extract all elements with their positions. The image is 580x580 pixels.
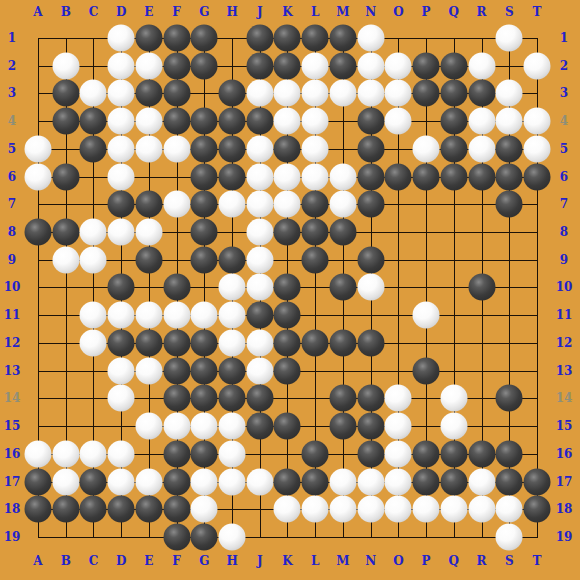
black-stone-K17[interactable]	[274, 468, 301, 495]
black-stone-R16[interactable]	[468, 440, 495, 467]
black-stone-P6[interactable]	[413, 163, 440, 190]
black-stone-C18[interactable]	[80, 496, 107, 523]
row-label-right: 11	[556, 309, 573, 321]
black-stone-T6[interactable]	[523, 163, 550, 190]
black-stone-R6[interactable]	[468, 163, 495, 190]
black-stone-O6[interactable]	[385, 163, 412, 190]
black-stone-F19[interactable]	[163, 523, 190, 550]
black-stone-K5[interactable]	[274, 135, 301, 162]
white-stone-S4[interactable]	[496, 108, 523, 135]
black-stone-H13[interactable]	[219, 357, 246, 384]
white-stone-C8[interactable]	[80, 219, 107, 246]
white-stone-N1[interactable]	[357, 25, 384, 52]
black-stone-F16[interactable]	[163, 440, 190, 467]
row-label-right: 16	[556, 448, 573, 460]
black-stone-Q6[interactable]	[440, 163, 467, 190]
row-label-left: 3	[8, 87, 16, 99]
column-label-top: Q	[449, 6, 459, 18]
black-stone-E18[interactable]	[135, 496, 162, 523]
black-stone-L9[interactable]	[302, 246, 329, 273]
black-stone-M15[interactable]	[329, 413, 356, 440]
black-stone-E1[interactable]	[135, 25, 162, 52]
white-stone-R2[interactable]	[468, 52, 495, 79]
black-stone-N15[interactable]	[357, 413, 384, 440]
row-label-left: 10	[4, 281, 21, 293]
white-stone-H15[interactable]	[219, 413, 246, 440]
column-label-bottom: P	[422, 555, 431, 567]
white-stone-J6[interactable]	[246, 163, 273, 190]
black-stone-K1[interactable]	[274, 25, 301, 52]
white-stone-N18[interactable]	[357, 496, 384, 523]
white-stone-K4[interactable]	[274, 108, 301, 135]
white-stone-C3[interactable]	[80, 80, 107, 107]
white-stone-H19[interactable]	[219, 523, 246, 550]
black-stone-G2[interactable]	[191, 52, 218, 79]
column-label-top: J	[257, 6, 263, 18]
black-stone-Q2[interactable]	[440, 52, 467, 79]
black-stone-L7[interactable]	[302, 191, 329, 218]
black-stone-L16[interactable]	[302, 440, 329, 467]
column-label-top: B	[61, 6, 71, 18]
white-stone-H10[interactable]	[219, 274, 246, 301]
black-stone-S14[interactable]	[496, 385, 523, 412]
row-label-right: 2	[560, 60, 568, 72]
white-stone-M3[interactable]	[329, 80, 356, 107]
white-stone-S1[interactable]	[496, 25, 523, 52]
black-stone-J15[interactable]	[246, 413, 273, 440]
black-stone-F13[interactable]	[163, 357, 190, 384]
black-stone-A17[interactable]	[25, 468, 52, 495]
white-stone-J17[interactable]	[246, 468, 273, 495]
white-stone-O3[interactable]	[385, 80, 412, 107]
white-stone-F7[interactable]	[163, 191, 190, 218]
white-stone-D6[interactable]	[108, 163, 135, 190]
white-stone-M17[interactable]	[329, 468, 356, 495]
black-stone-G12[interactable]	[191, 329, 218, 356]
black-stone-F1[interactable]	[163, 25, 190, 52]
white-stone-L5[interactable]	[302, 135, 329, 162]
white-stone-T4[interactable]	[523, 108, 550, 135]
white-stone-O18[interactable]	[385, 496, 412, 523]
black-stone-G13[interactable]	[191, 357, 218, 384]
black-stone-E9[interactable]	[135, 246, 162, 273]
black-stone-P13[interactable]	[413, 357, 440, 384]
row-label-left: 17	[4, 476, 21, 488]
row-label-right: 4	[560, 115, 568, 127]
row-label-right: 10	[556, 281, 573, 293]
row-label-left: 11	[4, 309, 21, 321]
row-label-left: 1	[8, 32, 16, 44]
white-stone-Q18[interactable]	[440, 496, 467, 523]
row-label-right: 5	[560, 143, 568, 155]
black-stone-T18[interactable]	[523, 496, 550, 523]
black-stone-R3[interactable]	[468, 80, 495, 107]
column-label-top: H	[226, 6, 237, 18]
black-stone-F17[interactable]	[163, 468, 190, 495]
white-stone-J5[interactable]	[246, 135, 273, 162]
black-stone-L17[interactable]	[302, 468, 329, 495]
black-stone-N14[interactable]	[357, 385, 384, 412]
row-label-right: 18	[556, 503, 573, 515]
black-stone-K8[interactable]	[274, 219, 301, 246]
white-stone-A16[interactable]	[25, 440, 52, 467]
black-stone-E12[interactable]	[135, 329, 162, 356]
white-stone-E8[interactable]	[135, 219, 162, 246]
black-stone-P3[interactable]	[413, 80, 440, 107]
white-stone-E5[interactable]	[135, 135, 162, 162]
white-stone-H16[interactable]	[219, 440, 246, 467]
row-label-left: 9	[8, 254, 16, 266]
black-stone-G6[interactable]	[191, 163, 218, 190]
black-stone-J1[interactable]	[246, 25, 273, 52]
black-stone-G8[interactable]	[191, 219, 218, 246]
white-stone-O14[interactable]	[385, 385, 412, 412]
white-stone-K18[interactable]	[274, 496, 301, 523]
white-stone-J7[interactable]	[246, 191, 273, 218]
black-stone-M14[interactable]	[329, 385, 356, 412]
black-stone-N7[interactable]	[357, 191, 384, 218]
white-stone-D1[interactable]	[108, 25, 135, 52]
black-stone-K15[interactable]	[274, 413, 301, 440]
row-label-left: 13	[4, 365, 21, 377]
row-label-right: 17	[556, 476, 573, 488]
black-stone-B18[interactable]	[52, 496, 79, 523]
row-label-right: 19	[556, 531, 573, 543]
black-stone-N16[interactable]	[357, 440, 384, 467]
white-stone-Q14[interactable]	[440, 385, 467, 412]
black-stone-L8[interactable]	[302, 219, 329, 246]
white-stone-J9[interactable]	[246, 246, 273, 273]
white-stone-M7[interactable]	[329, 191, 356, 218]
column-label-bottom: N	[365, 555, 376, 567]
row-label-right: 12	[556, 337, 573, 349]
row-label-left: 4	[8, 115, 16, 127]
white-stone-A5[interactable]	[25, 135, 52, 162]
black-stone-H6[interactable]	[219, 163, 246, 190]
white-stone-L18[interactable]	[302, 496, 329, 523]
white-stone-D4[interactable]	[108, 108, 135, 135]
column-label-top: T	[533, 6, 542, 18]
white-stone-D3[interactable]	[108, 80, 135, 107]
column-label-top: F	[172, 6, 181, 18]
column-label-top: M	[336, 6, 349, 18]
row-label-left: 2	[8, 60, 16, 72]
column-label-bottom: M	[336, 555, 349, 567]
white-stone-D5[interactable]	[108, 135, 135, 162]
column-label-top: C	[89, 6, 99, 18]
black-stone-L1[interactable]	[302, 25, 329, 52]
column-label-top: O	[393, 6, 403, 18]
white-stone-P18[interactable]	[413, 496, 440, 523]
white-stone-G11[interactable]	[191, 302, 218, 329]
row-label-right: 9	[560, 254, 568, 266]
black-stone-S16[interactable]	[496, 440, 523, 467]
row-label-right: 14	[556, 392, 573, 404]
black-stone-H4[interactable]	[219, 108, 246, 135]
white-stone-K7[interactable]	[274, 191, 301, 218]
black-stone-A8[interactable]	[25, 219, 52, 246]
white-stone-S19[interactable]	[496, 523, 523, 550]
black-stone-B8[interactable]	[52, 219, 79, 246]
white-stone-P5[interactable]	[413, 135, 440, 162]
column-label-bottom: E	[144, 555, 153, 567]
white-stone-M6[interactable]	[329, 163, 356, 190]
white-stone-B2[interactable]	[52, 52, 79, 79]
black-stone-F18[interactable]	[163, 496, 190, 523]
column-label-bottom: F	[172, 555, 181, 567]
white-stone-D2[interactable]	[108, 52, 135, 79]
white-stone-H17[interactable]	[219, 468, 246, 495]
black-stone-E3[interactable]	[135, 80, 162, 107]
white-stone-D11[interactable]	[108, 302, 135, 329]
white-stone-F15[interactable]	[163, 413, 190, 440]
black-stone-H3[interactable]	[219, 80, 246, 107]
black-stone-Q3[interactable]	[440, 80, 467, 107]
white-stone-L6[interactable]	[302, 163, 329, 190]
column-label-bottom: H	[226, 555, 237, 567]
black-stone-G5[interactable]	[191, 135, 218, 162]
black-stone-M10[interactable]	[329, 274, 356, 301]
black-stone-K2[interactable]	[274, 52, 301, 79]
row-label-left: 16	[4, 448, 21, 460]
row-label-left: 6	[8, 171, 16, 183]
white-stone-D14[interactable]	[108, 385, 135, 412]
black-stone-J4[interactable]	[246, 108, 273, 135]
white-stone-J8[interactable]	[246, 219, 273, 246]
row-label-right: 7	[560, 198, 568, 210]
row-label-left: 8	[8, 226, 16, 238]
column-label-bottom: L	[311, 555, 319, 567]
row-label-left: 14	[4, 392, 21, 404]
column-label-top: K	[282, 6, 292, 18]
white-stone-J12[interactable]	[246, 329, 273, 356]
white-stone-N3[interactable]	[357, 80, 384, 107]
white-stone-K6[interactable]	[274, 163, 301, 190]
grid-line-horizontal	[38, 537, 538, 538]
white-stone-H11[interactable]	[219, 302, 246, 329]
black-stone-P16[interactable]	[413, 440, 440, 467]
white-stone-O15[interactable]	[385, 413, 412, 440]
row-label-left: 15	[4, 420, 21, 432]
white-stone-B17[interactable]	[52, 468, 79, 495]
black-stone-M8[interactable]	[329, 219, 356, 246]
black-stone-H14[interactable]	[219, 385, 246, 412]
white-stone-N2[interactable]	[357, 52, 384, 79]
black-stone-N4[interactable]	[357, 108, 384, 135]
column-label-bottom: G	[199, 555, 209, 567]
row-label-right: 3	[560, 87, 568, 99]
white-stone-D17[interactable]	[108, 468, 135, 495]
white-stone-N17[interactable]	[357, 468, 384, 495]
white-stone-C12[interactable]	[80, 329, 107, 356]
black-stone-J14[interactable]	[246, 385, 273, 412]
black-stone-C17[interactable]	[80, 468, 107, 495]
black-stone-G1[interactable]	[191, 25, 218, 52]
black-stone-B6[interactable]	[52, 163, 79, 190]
white-stone-L3[interactable]	[302, 80, 329, 107]
black-stone-T17[interactable]	[523, 468, 550, 495]
black-stone-D7[interactable]	[108, 191, 135, 218]
black-stone-A18[interactable]	[25, 496, 52, 523]
white-stone-C9[interactable]	[80, 246, 107, 273]
row-label-right: 8	[560, 226, 568, 238]
black-stone-Q16[interactable]	[440, 440, 467, 467]
black-stone-K13[interactable]	[274, 357, 301, 384]
column-label-bottom: J	[257, 555, 263, 567]
white-stone-C11[interactable]	[80, 302, 107, 329]
black-stone-J11[interactable]	[246, 302, 273, 329]
white-stone-L4[interactable]	[302, 108, 329, 135]
white-stone-Q15[interactable]	[440, 413, 467, 440]
black-stone-F3[interactable]	[163, 80, 190, 107]
black-stone-K11[interactable]	[274, 302, 301, 329]
white-stone-R17[interactable]	[468, 468, 495, 495]
column-label-top: P	[422, 6, 431, 18]
black-stone-G19[interactable]	[191, 523, 218, 550]
row-label-right: 1	[560, 32, 568, 44]
column-label-bottom: C	[89, 555, 99, 567]
black-stone-G16[interactable]	[191, 440, 218, 467]
black-stone-M2[interactable]	[329, 52, 356, 79]
white-stone-O17[interactable]	[385, 468, 412, 495]
black-stone-Q4[interactable]	[440, 108, 467, 135]
column-label-top: N	[365, 6, 376, 18]
row-label-right: 15	[556, 420, 573, 432]
row-label-left: 5	[8, 143, 16, 155]
black-stone-D10[interactable]	[108, 274, 135, 301]
black-stone-Q5[interactable]	[440, 135, 467, 162]
black-stone-L12[interactable]	[302, 329, 329, 356]
black-stone-P2[interactable]	[413, 52, 440, 79]
white-stone-T5[interactable]	[523, 135, 550, 162]
black-stone-S17[interactable]	[496, 468, 523, 495]
white-stone-P11[interactable]	[413, 302, 440, 329]
black-stone-J2[interactable]	[246, 52, 273, 79]
black-stone-G9[interactable]	[191, 246, 218, 273]
white-stone-J10[interactable]	[246, 274, 273, 301]
column-label-bottom: Q	[449, 555, 459, 567]
white-stone-B16[interactable]	[52, 440, 79, 467]
black-stone-G7[interactable]	[191, 191, 218, 218]
column-label-bottom: B	[61, 555, 71, 567]
black-stone-G14[interactable]	[191, 385, 218, 412]
black-stone-H9[interactable]	[219, 246, 246, 273]
white-stone-D16[interactable]	[108, 440, 135, 467]
white-stone-R5[interactable]	[468, 135, 495, 162]
row-label-left: 12	[4, 337, 21, 349]
black-stone-R10[interactable]	[468, 274, 495, 301]
white-stone-E4[interactable]	[135, 108, 162, 135]
white-stone-E17[interactable]	[135, 468, 162, 495]
column-label-top: E	[144, 6, 153, 18]
black-stone-D12[interactable]	[108, 329, 135, 356]
column-label-bottom: K	[282, 555, 292, 567]
black-stone-S7[interactable]	[496, 191, 523, 218]
white-stone-G17[interactable]	[191, 468, 218, 495]
black-stone-N12[interactable]	[357, 329, 384, 356]
black-stone-B4[interactable]	[52, 108, 79, 135]
white-stone-B9[interactable]	[52, 246, 79, 273]
white-stone-D13[interactable]	[108, 357, 135, 384]
go-board[interactable]: AABBCCDDEEFFGGHHJJKKLLMMNNOOPPQQRRSSTT11…	[0, 0, 580, 580]
white-stone-H12[interactable]	[219, 329, 246, 356]
white-stone-G18[interactable]	[191, 496, 218, 523]
black-stone-N6[interactable]	[357, 163, 384, 190]
black-stone-P17[interactable]	[413, 468, 440, 495]
black-stone-F12[interactable]	[163, 329, 190, 356]
row-label-left: 7	[8, 198, 16, 210]
black-stone-E7[interactable]	[135, 191, 162, 218]
column-label-bottom: T	[533, 555, 542, 567]
white-stone-C16[interactable]	[80, 440, 107, 467]
black-stone-K10[interactable]	[274, 274, 301, 301]
white-stone-T2[interactable]	[523, 52, 550, 79]
white-stone-O2[interactable]	[385, 52, 412, 79]
row-label-right: 6	[560, 171, 568, 183]
black-stone-G4[interactable]	[191, 108, 218, 135]
black-stone-N5[interactable]	[357, 135, 384, 162]
white-stone-H7[interactable]	[219, 191, 246, 218]
white-stone-D8[interactable]	[108, 219, 135, 246]
white-stone-E11[interactable]	[135, 302, 162, 329]
white-stone-J3[interactable]	[246, 80, 273, 107]
black-stone-N9[interactable]	[357, 246, 384, 273]
white-stone-G15[interactable]	[191, 413, 218, 440]
column-label-top: L	[311, 6, 319, 18]
white-stone-R4[interactable]	[468, 108, 495, 135]
black-stone-M12[interactable]	[329, 329, 356, 356]
black-stone-K12[interactable]	[274, 329, 301, 356]
white-stone-S3[interactable]	[496, 80, 523, 107]
row-label-left: 19	[4, 531, 21, 543]
column-label-top: R	[477, 6, 487, 18]
black-stone-F2[interactable]	[163, 52, 190, 79]
white-stone-F11[interactable]	[163, 302, 190, 329]
black-stone-Q17[interactable]	[440, 468, 467, 495]
white-stone-A6[interactable]	[25, 163, 52, 190]
white-stone-R18[interactable]	[468, 496, 495, 523]
black-stone-M1[interactable]	[329, 25, 356, 52]
white-stone-S18[interactable]	[496, 496, 523, 523]
black-stone-S6[interactable]	[496, 163, 523, 190]
white-stone-O16[interactable]	[385, 440, 412, 467]
column-label-top: S	[505, 6, 514, 18]
black-stone-D18[interactable]	[108, 496, 135, 523]
white-stone-E2[interactable]	[135, 52, 162, 79]
white-stone-N10[interactable]	[357, 274, 384, 301]
white-stone-L2[interactable]	[302, 52, 329, 79]
row-label-right: 13	[556, 365, 573, 377]
column-label-bottom: D	[116, 555, 126, 567]
white-stone-F5[interactable]	[163, 135, 190, 162]
black-stone-F4[interactable]	[163, 108, 190, 135]
white-stone-O4[interactable]	[385, 108, 412, 135]
black-stone-H5[interactable]	[219, 135, 246, 162]
black-stone-F14[interactable]	[163, 385, 190, 412]
white-stone-E13[interactable]	[135, 357, 162, 384]
black-stone-F10[interactable]	[163, 274, 190, 301]
column-label-top: D	[116, 6, 126, 18]
white-stone-J13[interactable]	[246, 357, 273, 384]
black-stone-S5[interactable]	[496, 135, 523, 162]
white-stone-M18[interactable]	[329, 496, 356, 523]
black-stone-B3[interactable]	[52, 80, 79, 107]
black-stone-C4[interactable]	[80, 108, 107, 135]
white-stone-E15[interactable]	[135, 413, 162, 440]
column-label-bottom: O	[393, 555, 403, 567]
white-stone-K3[interactable]	[274, 80, 301, 107]
black-stone-C5[interactable]	[80, 135, 107, 162]
